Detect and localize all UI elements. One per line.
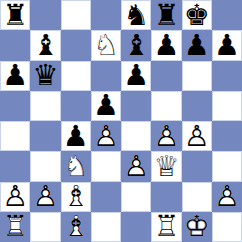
square-d3[interactable] (91, 151, 121, 181)
square-a4[interactable] (0, 121, 30, 151)
white-bishop-piece-fill: ♝ (61, 212, 91, 242)
white-knight-piece: ♘ (61, 151, 91, 181)
square-e3[interactable]: ♟♙ (121, 151, 151, 181)
black-rook-piece: ♜ (0, 0, 30, 30)
black-knight-piece: ♞ (121, 0, 151, 30)
white-pawn-piece: ♙ (151, 121, 181, 151)
black-pawn-piece: ♟ (121, 61, 151, 91)
square-b8[interactable] (30, 0, 60, 30)
square-b4[interactable] (30, 121, 60, 151)
white-queen-piece-fill: ♛ (151, 151, 181, 181)
square-g5[interactable] (182, 91, 212, 121)
white-rook-piece-fill: ♜ (0, 212, 30, 242)
square-f3[interactable]: ♛♕ (151, 151, 181, 181)
white-pawn-piece: ♙ (121, 151, 151, 181)
white-knight-piece: ♘ (91, 30, 121, 60)
square-h7[interactable]: ♟ (212, 30, 242, 60)
square-g6[interactable] (182, 61, 212, 91)
square-e7[interactable]: ♝ (121, 30, 151, 60)
square-c3[interactable]: ♞♘ (61, 151, 91, 181)
black-rook-piece: ♜ (151, 0, 181, 30)
square-c4[interactable]: ♟ (61, 121, 91, 151)
square-c2[interactable]: ♝♗ (61, 182, 91, 212)
square-e8[interactable]: ♞ (121, 0, 151, 30)
white-bishop-piece: ♗ (61, 182, 91, 212)
black-pawn-piece: ♟ (182, 30, 212, 60)
square-a2[interactable]: ♟♙ (0, 182, 30, 212)
square-h2[interactable]: ♟♙ (212, 182, 242, 212)
white-knight-piece-fill: ♞ (91, 30, 121, 60)
square-f7[interactable]: ♟ (151, 30, 181, 60)
square-c8[interactable] (61, 0, 91, 30)
white-pawn-piece-fill: ♟ (182, 121, 212, 151)
white-king-piece: ♔ (182, 212, 212, 242)
square-a1[interactable]: ♜♖ (0, 212, 30, 242)
square-f8[interactable]: ♜ (151, 0, 181, 30)
square-d5[interactable]: ♟ (91, 91, 121, 121)
white-pawn-piece: ♙ (182, 121, 212, 151)
white-pawn-piece: ♙ (30, 182, 60, 212)
white-bishop-piece-fill: ♝ (61, 182, 91, 212)
white-pawn-piece-fill: ♟ (91, 121, 121, 151)
black-king-piece: ♚ (182, 0, 212, 30)
square-e2[interactable] (121, 182, 151, 212)
square-b5[interactable] (30, 91, 60, 121)
white-queen-piece: ♕ (151, 151, 181, 181)
square-b3[interactable] (30, 151, 60, 181)
square-e4[interactable] (121, 121, 151, 151)
square-e1[interactable] (121, 212, 151, 242)
square-d4[interactable]: ♟♙ (91, 121, 121, 151)
square-f6[interactable] (151, 61, 181, 91)
white-king-piece-fill: ♚ (182, 212, 212, 242)
black-bishop-piece: ♝ (30, 30, 60, 60)
white-knight-piece-fill: ♞ (61, 151, 91, 181)
square-d8[interactable] (91, 0, 121, 30)
square-g8[interactable]: ♚ (182, 0, 212, 30)
square-g1[interactable]: ♚♔ (182, 212, 212, 242)
white-pawn-piece-fill: ♟ (151, 121, 181, 151)
white-rook-piece: ♖ (151, 212, 181, 242)
square-d6[interactable] (91, 61, 121, 91)
white-rook-piece-fill: ♜ (151, 212, 181, 242)
black-pawn-piece: ♟ (212, 30, 242, 60)
square-d2[interactable] (91, 182, 121, 212)
square-e6[interactable]: ♟ (121, 61, 151, 91)
black-pawn-piece: ♟ (0, 61, 30, 91)
square-h1[interactable] (212, 212, 242, 242)
square-h4[interactable] (212, 121, 242, 151)
square-h8[interactable] (212, 0, 242, 30)
square-c1[interactable]: ♝♗ (61, 212, 91, 242)
square-f2[interactable] (151, 182, 181, 212)
square-c5[interactable] (61, 91, 91, 121)
square-e5[interactable] (121, 91, 151, 121)
black-pawn-piece: ♟ (151, 30, 181, 60)
square-f5[interactable] (151, 91, 181, 121)
square-g2[interactable] (182, 182, 212, 212)
square-c6[interactable] (61, 61, 91, 91)
square-b1[interactable] (30, 212, 60, 242)
square-h3[interactable] (212, 151, 242, 181)
square-a3[interactable] (0, 151, 30, 181)
square-h6[interactable] (212, 61, 242, 91)
square-d1[interactable] (91, 212, 121, 242)
square-g3[interactable] (182, 151, 212, 181)
square-g4[interactable]: ♟♙ (182, 121, 212, 151)
square-d7[interactable]: ♞♘ (91, 30, 121, 60)
black-pawn-piece: ♟ (61, 121, 91, 151)
black-queen-piece: ♛ (30, 61, 60, 91)
square-b6[interactable]: ♛ (30, 61, 60, 91)
square-f4[interactable]: ♟♙ (151, 121, 181, 151)
white-pawn-piece-fill: ♟ (0, 182, 30, 212)
white-rook-piece: ♖ (0, 212, 30, 242)
square-a5[interactable] (0, 91, 30, 121)
white-pawn-piece-fill: ♟ (121, 151, 151, 181)
square-a6[interactable]: ♟ (0, 61, 30, 91)
square-h5[interactable] (212, 91, 242, 121)
square-b2[interactable]: ♟♙ (30, 182, 60, 212)
white-pawn-piece-fill: ♟ (30, 182, 60, 212)
black-bishop-piece: ♝ (121, 30, 151, 60)
square-a7[interactable] (0, 30, 30, 60)
white-pawn-piece: ♙ (0, 182, 30, 212)
square-a8[interactable]: ♜ (0, 0, 30, 30)
square-f1[interactable]: ♜♖ (151, 212, 181, 242)
white-pawn-piece-fill: ♟ (212, 182, 242, 212)
white-pawn-piece: ♙ (91, 121, 121, 151)
square-c7[interactable] (61, 30, 91, 60)
black-pawn-piece: ♟ (91, 91, 121, 121)
square-g7[interactable]: ♟ (182, 30, 212, 60)
square-b7[interactable]: ♝ (30, 30, 60, 60)
chess-board: ♜♞♜♚♝♞♘♝♟♟♟♟♛♟♟♟♟♙♟♙♟♙♞♘♟♙♛♕♟♙♟♙♝♗♟♙♜♖♝♗… (0, 0, 242, 242)
white-pawn-piece: ♙ (212, 182, 242, 212)
white-bishop-piece: ♗ (61, 212, 91, 242)
